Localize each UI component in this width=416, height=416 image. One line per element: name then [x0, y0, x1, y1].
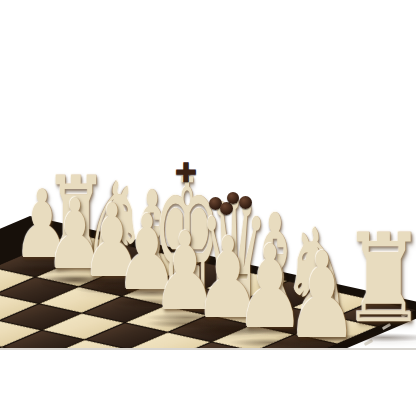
king-cross-finial: ✚ [175, 159, 198, 186]
queen-crown-bead [239, 196, 252, 209]
chess-board [0, 216, 416, 350]
queen-crown-bead [227, 192, 239, 204]
queen-crown-bead [209, 197, 222, 210]
product-photo: ♟♟♟♟♟♟♟♟♜♞♝♚♛♝♞♜ ✚ [0, 150, 416, 350]
chess-board-grid [0, 234, 416, 350]
page-background: ♟♟♟♟♟♟♟♟♜♞♝♚♛♝♞♜ ✚ [0, 0, 416, 416]
queen-crown-bead [220, 202, 233, 215]
